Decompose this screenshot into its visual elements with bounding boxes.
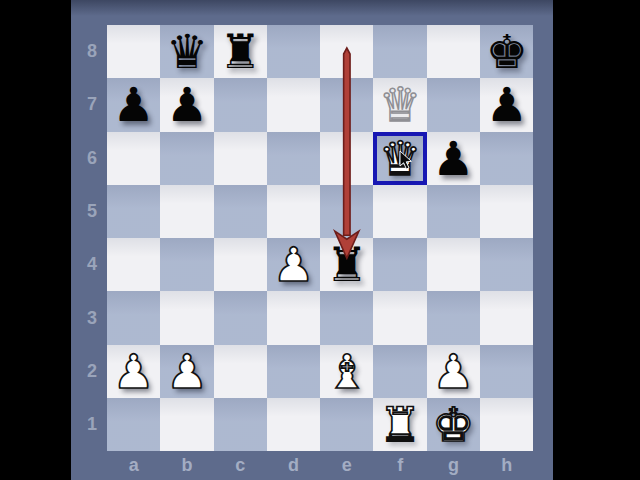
square-b6[interactable] — [160, 132, 213, 185]
white-queen-f6[interactable]: ♛ — [379, 135, 421, 182]
square-f6[interactable]: ♛ — [373, 132, 426, 185]
square-e3[interactable] — [320, 291, 373, 344]
square-c8[interactable]: ♜ — [214, 25, 267, 78]
square-c5[interactable] — [214, 185, 267, 238]
square-c3[interactable] — [214, 291, 267, 344]
ghost-white-queen-f7: ♛ — [379, 81, 421, 128]
square-e7[interactable] — [320, 78, 373, 131]
file-label-g: g — [427, 451, 480, 480]
rank-label-6: 6 — [71, 132, 107, 185]
black-rook-e4[interactable]: ♜ — [326, 241, 368, 288]
file-labels: abcdefgh — [107, 451, 533, 480]
square-e2[interactable]: ♝ — [320, 345, 373, 398]
square-c2[interactable] — [214, 345, 267, 398]
square-a8[interactable] — [107, 25, 160, 78]
black-queen-b8[interactable]: ♛ — [166, 28, 208, 75]
rank-label-5: 5 — [71, 185, 107, 238]
rank-labels: 87654321 — [71, 25, 107, 451]
square-e1[interactable] — [320, 398, 373, 451]
file-label-h: h — [480, 451, 533, 480]
square-f8[interactable] — [373, 25, 426, 78]
square-d7[interactable] — [267, 78, 320, 131]
board-grid[interactable]: ♛♜♚♟♟♛♟♛♟♟♜♟♟♝♟♜♚ — [107, 25, 533, 451]
square-d3[interactable] — [267, 291, 320, 344]
square-h7[interactable]: ♟ — [480, 78, 533, 131]
rank-label-8: 8 — [71, 25, 107, 78]
square-g4[interactable] — [427, 238, 480, 291]
white-rook-f1[interactable]: ♜ — [379, 401, 421, 448]
file-label-e: e — [320, 451, 373, 480]
black-pawn-b7[interactable]: ♟ — [166, 81, 208, 128]
square-a6[interactable] — [107, 132, 160, 185]
square-c4[interactable] — [214, 238, 267, 291]
white-pawn-d4[interactable]: ♟ — [272, 241, 314, 288]
black-rook-c8[interactable]: ♜ — [219, 28, 261, 75]
square-e6[interactable] — [320, 132, 373, 185]
square-f3[interactable] — [373, 291, 426, 344]
square-d4[interactable]: ♟ — [267, 238, 320, 291]
square-f4[interactable] — [373, 238, 426, 291]
file-label-a: a — [107, 451, 160, 480]
square-a5[interactable] — [107, 185, 160, 238]
black-king-h8[interactable]: ♚ — [486, 28, 528, 75]
square-g8[interactable] — [427, 25, 480, 78]
rank-label-4: 4 — [71, 238, 107, 291]
square-a3[interactable] — [107, 291, 160, 344]
square-h6[interactable] — [480, 132, 533, 185]
file-label-c: c — [214, 451, 267, 480]
file-label-b: b — [160, 451, 213, 480]
square-c1[interactable] — [214, 398, 267, 451]
square-f5[interactable] — [373, 185, 426, 238]
square-h4[interactable] — [480, 238, 533, 291]
rank-label-3: 3 — [71, 291, 107, 344]
square-h1[interactable] — [480, 398, 533, 451]
rank-label-1: 1 — [71, 398, 107, 451]
square-a2[interactable]: ♟ — [107, 345, 160, 398]
rank-label-7: 7 — [71, 78, 107, 131]
square-d8[interactable] — [267, 25, 320, 78]
square-d6[interactable] — [267, 132, 320, 185]
square-g7[interactable] — [427, 78, 480, 131]
square-h8[interactable]: ♚ — [480, 25, 533, 78]
square-b3[interactable] — [160, 291, 213, 344]
square-e4[interactable]: ♜ — [320, 238, 373, 291]
square-f7[interactable]: ♛ — [373, 78, 426, 131]
square-h5[interactable] — [480, 185, 533, 238]
square-b2[interactable]: ♟ — [160, 345, 213, 398]
file-label-d: d — [267, 451, 320, 480]
black-pawn-a7[interactable]: ♟ — [113, 81, 155, 128]
chess-board: 87654321 ♛♜♚♟♟♛♟♛♟♟♜♟♟♝♟♜♚ abcdefgh — [71, 0, 553, 480]
square-g3[interactable] — [427, 291, 480, 344]
square-c7[interactable] — [214, 78, 267, 131]
square-g6[interactable]: ♟ — [427, 132, 480, 185]
black-pawn-h7[interactable]: ♟ — [486, 81, 528, 128]
square-b5[interactable] — [160, 185, 213, 238]
rank-label-2: 2 — [71, 345, 107, 398]
white-pawn-a2[interactable]: ♟ — [113, 348, 155, 395]
file-label-f: f — [373, 451, 426, 480]
white-pawn-b2[interactable]: ♟ — [166, 348, 208, 395]
white-king-g1[interactable]: ♚ — [432, 401, 474, 448]
square-e8[interactable] — [320, 25, 373, 78]
square-g2[interactable]: ♟ — [427, 345, 480, 398]
square-e5[interactable] — [320, 185, 373, 238]
square-f2[interactable] — [373, 345, 426, 398]
black-pawn-g6[interactable]: ♟ — [432, 135, 474, 182]
square-f1[interactable]: ♜ — [373, 398, 426, 451]
square-d1[interactable] — [267, 398, 320, 451]
square-a4[interactable] — [107, 238, 160, 291]
square-d5[interactable] — [267, 185, 320, 238]
square-d2[interactable] — [267, 345, 320, 398]
square-a7[interactable]: ♟ — [107, 78, 160, 131]
square-b8[interactable]: ♛ — [160, 25, 213, 78]
square-h3[interactable] — [480, 291, 533, 344]
square-g5[interactable] — [427, 185, 480, 238]
square-g1[interactable]: ♚ — [427, 398, 480, 451]
square-a1[interactable] — [107, 398, 160, 451]
white-bishop-e2[interactable]: ♝ — [326, 348, 368, 395]
white-pawn-g2[interactable]: ♟ — [432, 348, 474, 395]
square-c6[interactable] — [214, 132, 267, 185]
square-b7[interactable]: ♟ — [160, 78, 213, 131]
square-b4[interactable] — [160, 238, 213, 291]
square-b1[interactable] — [160, 398, 213, 451]
square-h2[interactable] — [480, 345, 533, 398]
